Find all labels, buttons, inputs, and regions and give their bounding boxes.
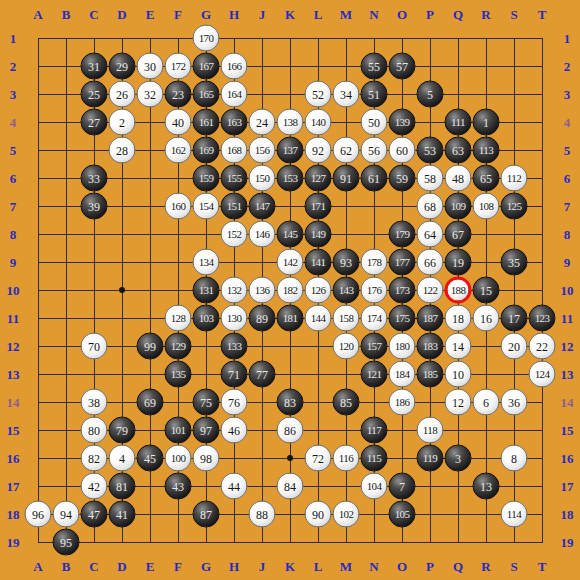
stone-H13: 71 [221, 361, 248, 388]
col-label-bottom-D: D [117, 560, 126, 573]
row-label-left-17: 17 [7, 480, 20, 493]
stone-number: 127 [311, 173, 326, 184]
col-label-bottom-H: H [229, 560, 239, 573]
stone-number: 124 [535, 369, 550, 380]
stone-number: 128 [171, 313, 186, 324]
stone-N17: 104 [361, 473, 388, 500]
stone-number: 151 [227, 201, 242, 212]
stone-Q5: 63 [445, 137, 472, 164]
stone-number: 100 [171, 453, 186, 464]
stone-O12: 180 [389, 333, 416, 360]
stone-number: 59 [396, 172, 408, 184]
stone-P7: 68 [417, 193, 444, 220]
stone-L11: 144 [305, 305, 332, 332]
stone-H3: 164 [221, 81, 248, 108]
col-label-top-N: N [369, 8, 378, 21]
stone-K11: 181 [277, 305, 304, 332]
row-label-right-7: 7 [564, 200, 571, 213]
stone-number: 90 [312, 508, 324, 520]
stone-number: 111 [451, 117, 465, 128]
stone-number: 87 [200, 508, 212, 520]
stone-number: 131 [199, 285, 214, 296]
stone-number: 84 [284, 480, 296, 492]
stone-Q6: 48 [445, 165, 472, 192]
stone-E3: 32 [137, 81, 164, 108]
col-label-top-E: E [146, 8, 155, 21]
row-label-right-15: 15 [561, 424, 574, 437]
stone-number: 103 [199, 313, 214, 324]
stone-number: 119 [423, 453, 437, 464]
stone-H8: 152 [221, 221, 248, 248]
stone-number: 79 [116, 424, 128, 436]
col-label-bottom-J: J [259, 560, 266, 573]
stone-R4: 1 [473, 109, 500, 136]
stone-Q12: 14 [445, 333, 472, 360]
stone-number: 60 [396, 144, 408, 156]
stone-number: 176 [367, 285, 382, 296]
stone-Q10-last-move: 188 [445, 277, 472, 304]
row-label-right-18: 18 [561, 508, 574, 521]
row-label-left-19: 19 [7, 536, 20, 549]
stone-number: 57 [396, 60, 408, 72]
col-label-top-D: D [117, 8, 126, 21]
stone-number: 125 [507, 201, 522, 212]
stone-M6: 91 [333, 165, 360, 192]
stone-G2: 167 [193, 53, 220, 80]
stone-N16: 115 [361, 445, 388, 472]
stone-number: 13 [480, 480, 492, 492]
stone-number: 7 [399, 480, 405, 492]
stone-number: 129 [171, 341, 186, 352]
col-label-top-A: A [33, 8, 42, 21]
stone-F3: 23 [165, 81, 192, 108]
row-label-right-9: 9 [564, 256, 571, 269]
stone-O4: 139 [389, 109, 416, 136]
stone-M14: 85 [333, 389, 360, 416]
stone-B19: 95 [53, 529, 80, 556]
stone-M5: 62 [333, 137, 360, 164]
stone-G15: 97 [193, 417, 220, 444]
stone-S11: 17 [501, 305, 528, 332]
stone-M16: 116 [333, 445, 360, 472]
stone-H7: 151 [221, 193, 248, 220]
stone-J4: 24 [249, 109, 276, 136]
stone-K5: 137 [277, 137, 304, 164]
stone-number: 27 [88, 116, 100, 128]
stone-number: 50 [368, 116, 380, 128]
row-label-right-3: 3 [564, 88, 571, 101]
stone-number: 147 [255, 201, 270, 212]
stone-number: 48 [452, 172, 464, 184]
stone-number: 71 [228, 368, 240, 380]
col-label-bottom-R: R [481, 560, 490, 573]
stone-number: 75 [200, 396, 212, 408]
stone-F5: 162 [165, 137, 192, 164]
stone-number: 139 [395, 117, 410, 128]
stone-number: 10 [452, 368, 464, 380]
col-label-bottom-E: E [146, 560, 155, 573]
stone-number: 138 [283, 117, 298, 128]
col-label-top-K: K [285, 8, 295, 21]
row-label-left-1: 1 [10, 32, 17, 45]
stone-number: 181 [283, 313, 298, 324]
row-label-right-19: 19 [561, 536, 574, 549]
stone-number: 97 [200, 424, 212, 436]
stone-number: 116 [339, 453, 353, 464]
stone-E16: 45 [137, 445, 164, 472]
stone-number: 96 [32, 508, 44, 520]
stone-J8: 146 [249, 221, 276, 248]
stone-number: 67 [452, 228, 464, 240]
stone-O14: 186 [389, 389, 416, 416]
stone-number: 15 [480, 284, 492, 296]
stone-O17: 7 [389, 473, 416, 500]
stone-O5: 60 [389, 137, 416, 164]
stone-L18: 90 [305, 501, 332, 528]
stone-number: 185 [423, 369, 438, 380]
row-label-right-2: 2 [564, 60, 571, 73]
stone-number: 91 [340, 172, 352, 184]
stone-number: 51 [368, 88, 380, 100]
stone-O6: 59 [389, 165, 416, 192]
stone-number: 161 [199, 117, 214, 128]
stone-P15: 118 [417, 417, 444, 444]
row-label-left-18: 18 [7, 508, 20, 521]
row-label-left-11: 11 [7, 312, 19, 325]
col-label-bottom-G: G [201, 560, 211, 573]
stone-L16: 72 [305, 445, 332, 472]
stone-number: 53 [424, 144, 436, 156]
stone-T13: 124 [529, 361, 556, 388]
stone-number: 28 [116, 144, 128, 156]
stone-number: 144 [311, 313, 326, 324]
stone-number: 140 [311, 117, 326, 128]
stone-Q14: 12 [445, 389, 472, 416]
col-label-top-H: H [229, 8, 239, 21]
stone-number: 172 [171, 61, 186, 72]
stone-P6: 58 [417, 165, 444, 192]
stone-number: 104 [367, 481, 382, 492]
stone-F11: 128 [165, 305, 192, 332]
stone-G14: 75 [193, 389, 220, 416]
col-label-top-B: B [62, 8, 71, 21]
row-label-right-12: 12 [561, 340, 574, 353]
stone-G18: 87 [193, 501, 220, 528]
stone-S18: 114 [501, 501, 528, 528]
stone-S14: 36 [501, 389, 528, 416]
stone-D3: 26 [109, 81, 136, 108]
stone-G4: 161 [193, 109, 220, 136]
col-label-bottom-N: N [369, 560, 378, 573]
stone-number: 173 [395, 285, 410, 296]
stone-number: 18 [452, 312, 464, 324]
stone-A18: 96 [25, 501, 52, 528]
col-label-top-C: C [89, 8, 98, 21]
stone-C6: 33 [81, 165, 108, 192]
col-label-bottom-P: P [426, 560, 434, 573]
stone-number: 35 [508, 256, 520, 268]
stone-number: 136 [255, 285, 270, 296]
stone-N3: 51 [361, 81, 388, 108]
stone-N2: 55 [361, 53, 388, 80]
stone-L3: 52 [305, 81, 332, 108]
stone-number: 155 [227, 173, 242, 184]
stone-L4: 140 [305, 109, 332, 136]
stone-J13: 77 [249, 361, 276, 388]
stone-number: 102 [339, 509, 354, 520]
row-label-right-6: 6 [564, 172, 571, 185]
col-label-bottom-L: L [314, 560, 323, 573]
stone-N10: 176 [361, 277, 388, 304]
stone-number: 43 [172, 480, 184, 492]
stone-H17: 44 [221, 473, 248, 500]
row-label-right-16: 16 [561, 452, 574, 465]
stone-number: 158 [339, 313, 354, 324]
stone-number: 126 [311, 285, 326, 296]
stone-K4: 138 [277, 109, 304, 136]
stone-number: 174 [367, 313, 382, 324]
stone-number: 38 [88, 396, 100, 408]
stone-P5: 53 [417, 137, 444, 164]
stone-number: 22 [536, 340, 548, 352]
star-point-K16 [287, 455, 293, 461]
stone-D5: 28 [109, 137, 136, 164]
col-label-bottom-A: A [33, 560, 42, 573]
stone-number: 183 [423, 341, 438, 352]
stone-number: 121 [367, 369, 382, 380]
stone-number: 146 [255, 229, 270, 240]
stone-number: 145 [283, 229, 298, 240]
row-label-left-3: 3 [10, 88, 17, 101]
stone-C7: 39 [81, 193, 108, 220]
stone-number: 41 [116, 508, 128, 520]
stone-N12: 157 [361, 333, 388, 360]
stone-number: 77 [256, 368, 268, 380]
stone-number: 1 [483, 116, 489, 128]
stone-O18: 105 [389, 501, 416, 528]
stone-number: 14 [452, 340, 464, 352]
stone-number: 29 [116, 60, 128, 72]
stone-F15: 101 [165, 417, 192, 444]
stone-O13: 184 [389, 361, 416, 388]
stone-number: 83 [284, 396, 296, 408]
stone-P16: 119 [417, 445, 444, 472]
go-board: AABBCCDDEEFFGGHHJJKKLLMMNNOOPPQQRRSSTT11… [0, 0, 580, 580]
stone-P13: 185 [417, 361, 444, 388]
stone-D16: 4 [109, 445, 136, 472]
stone-M10: 143 [333, 277, 360, 304]
stone-R11: 16 [473, 305, 500, 332]
stone-G10: 131 [193, 277, 220, 304]
stone-number: 188 [451, 285, 466, 296]
stone-number: 36 [508, 396, 520, 408]
stone-number: 175 [395, 313, 410, 324]
stone-number: 6 [483, 396, 489, 408]
stone-number: 150 [255, 173, 270, 184]
row-label-right-5: 5 [564, 144, 571, 157]
stone-N13: 121 [361, 361, 388, 388]
stone-K9: 142 [277, 249, 304, 276]
stone-number: 65 [480, 172, 492, 184]
stone-number: 178 [367, 257, 382, 268]
stone-number: 180 [395, 341, 410, 352]
col-label-bottom-M: M [340, 560, 352, 573]
row-label-right-13: 13 [561, 368, 574, 381]
stone-H4: 163 [221, 109, 248, 136]
col-label-top-R: R [481, 8, 490, 21]
stone-number: 142 [283, 257, 298, 268]
stone-number: 152 [227, 229, 242, 240]
stone-L6: 127 [305, 165, 332, 192]
col-label-top-Q: Q [453, 8, 463, 21]
col-label-bottom-K: K [285, 560, 295, 573]
stone-number: 69 [144, 396, 156, 408]
stone-N15: 117 [361, 417, 388, 444]
stone-number: 4 [119, 452, 125, 464]
stone-number: 52 [312, 88, 324, 100]
col-label-top-T: T [538, 8, 547, 21]
col-label-top-F: F [174, 8, 182, 21]
stone-number: 85 [340, 396, 352, 408]
stone-number: 17 [508, 312, 520, 324]
stone-number: 169 [199, 145, 214, 156]
stone-H2: 166 [221, 53, 248, 80]
stone-D2: 29 [109, 53, 136, 80]
stone-N9: 178 [361, 249, 388, 276]
row-label-right-1: 1 [564, 32, 571, 45]
stone-number: 70 [88, 340, 100, 352]
stone-number: 149 [311, 229, 326, 240]
stone-P3: 5 [417, 81, 444, 108]
stone-M9: 93 [333, 249, 360, 276]
row-label-left-4: 4 [10, 116, 17, 129]
stone-C18: 47 [81, 501, 108, 528]
stone-L10: 126 [305, 277, 332, 304]
stone-O9: 177 [389, 249, 416, 276]
stone-R17: 13 [473, 473, 500, 500]
stone-number: 63 [452, 144, 464, 156]
stone-number: 99 [144, 340, 156, 352]
stone-number: 153 [283, 173, 298, 184]
stone-number: 133 [227, 341, 242, 352]
col-label-bottom-F: F [174, 560, 182, 573]
stone-L7: 171 [305, 193, 332, 220]
stone-number: 45 [144, 452, 156, 464]
stone-R5: 113 [473, 137, 500, 164]
stone-K14: 83 [277, 389, 304, 416]
stone-J10: 136 [249, 277, 276, 304]
stone-number: 143 [339, 285, 354, 296]
star-point-D10 [119, 287, 125, 293]
stone-number: 66 [424, 256, 436, 268]
stone-J6: 150 [249, 165, 276, 192]
stone-number: 182 [283, 285, 298, 296]
stone-H5: 168 [221, 137, 248, 164]
stone-number: 95 [60, 536, 72, 548]
stone-R14: 6 [473, 389, 500, 416]
row-label-left-12: 12 [7, 340, 20, 353]
stone-number: 117 [367, 425, 381, 436]
row-label-left-13: 13 [7, 368, 20, 381]
stone-number: 114 [507, 509, 521, 520]
stone-number: 154 [199, 201, 214, 212]
stone-F7: 160 [165, 193, 192, 220]
stone-number: 31 [88, 60, 100, 72]
stone-number: 98 [200, 452, 212, 464]
stone-S12: 20 [501, 333, 528, 360]
stone-H10: 132 [221, 277, 248, 304]
stone-C3: 25 [81, 81, 108, 108]
stone-number: 177 [395, 257, 410, 268]
stone-Q4: 111 [445, 109, 472, 136]
stone-H12: 133 [221, 333, 248, 360]
stone-G16: 98 [193, 445, 220, 472]
row-label-right-4: 4 [564, 116, 571, 129]
stone-number: 19 [452, 256, 464, 268]
stone-number: 120 [339, 341, 354, 352]
stone-T11: 123 [529, 305, 556, 332]
row-label-left-5: 5 [10, 144, 17, 157]
stone-number: 92 [312, 144, 324, 156]
stone-D18: 41 [109, 501, 136, 528]
stone-J18: 88 [249, 501, 276, 528]
stone-number: 118 [423, 425, 437, 436]
col-label-top-G: G [201, 8, 211, 21]
stone-number: 81 [116, 480, 128, 492]
stone-number: 137 [283, 145, 298, 156]
stone-number: 130 [227, 313, 242, 324]
stone-C12: 70 [81, 333, 108, 360]
stone-Q8: 67 [445, 221, 472, 248]
stone-M12: 120 [333, 333, 360, 360]
stone-number: 44 [228, 480, 240, 492]
stone-L8: 149 [305, 221, 332, 248]
stone-T12: 22 [529, 333, 556, 360]
stone-C15: 80 [81, 417, 108, 444]
stone-H14: 76 [221, 389, 248, 416]
stone-number: 135 [171, 369, 186, 380]
stone-K15: 86 [277, 417, 304, 444]
stone-number: 94 [60, 508, 72, 520]
col-label-top-L: L [314, 8, 323, 21]
stone-number: 80 [88, 424, 100, 436]
stone-number: 123 [535, 313, 550, 324]
stone-G9: 134 [193, 249, 220, 276]
stone-P8: 64 [417, 221, 444, 248]
stone-number: 24 [256, 116, 268, 128]
stone-number: 101 [171, 425, 186, 436]
stone-C16: 82 [81, 445, 108, 472]
stone-D15: 79 [109, 417, 136, 444]
col-label-bottom-S: S [510, 560, 517, 573]
stone-P12: 183 [417, 333, 444, 360]
stone-E14: 69 [137, 389, 164, 416]
col-label-top-P: P [426, 8, 434, 21]
stone-S7: 125 [501, 193, 528, 220]
stone-number: 12 [452, 396, 464, 408]
stone-S9: 35 [501, 249, 528, 276]
col-label-bottom-O: O [397, 560, 407, 573]
stone-number: 42 [88, 480, 100, 492]
stone-number: 167 [199, 61, 214, 72]
stone-number: 105 [395, 509, 410, 520]
stone-number: 72 [312, 452, 324, 464]
stone-G5: 169 [193, 137, 220, 164]
col-label-top-O: O [397, 8, 407, 21]
stone-C4: 27 [81, 109, 108, 136]
stone-number: 166 [227, 61, 242, 72]
stone-number: 162 [171, 145, 186, 156]
